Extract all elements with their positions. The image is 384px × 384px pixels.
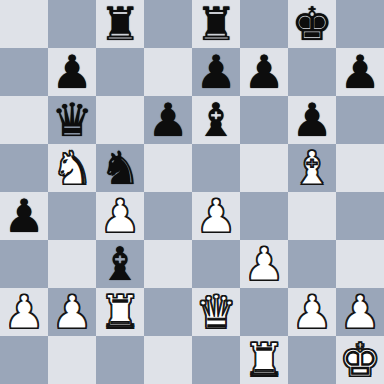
square-g6[interactable]: ♟ [288,96,336,144]
square-c1[interactable] [96,336,144,384]
square-b2[interactable]: ♟ [48,288,96,336]
square-b8[interactable] [48,0,96,48]
square-a7[interactable] [0,48,48,96]
square-c6[interactable] [96,96,144,144]
square-g2[interactable]: ♟ [288,288,336,336]
square-b6[interactable]: ♛ [48,96,96,144]
black-knight: ♞ [99,145,140,191]
square-e4[interactable]: ♟ [192,192,240,240]
square-a1[interactable] [0,336,48,384]
square-h7[interactable]: ♟ [336,48,384,96]
square-d1[interactable] [144,336,192,384]
square-c7[interactable] [96,48,144,96]
square-c5[interactable]: ♞ [96,144,144,192]
black-pawn: ♟ [243,49,284,95]
square-e8[interactable]: ♜ [192,0,240,48]
square-a3[interactable] [0,240,48,288]
square-h5[interactable] [336,144,384,192]
square-g3[interactable] [288,240,336,288]
white-bishop: ♝ [291,145,332,191]
square-h3[interactable] [336,240,384,288]
square-f5[interactable] [240,144,288,192]
black-bishop: ♝ [99,241,140,287]
square-d6[interactable]: ♟ [144,96,192,144]
square-d5[interactable] [144,144,192,192]
square-a2[interactable]: ♟ [0,288,48,336]
square-a5[interactable] [0,144,48,192]
white-king: ♚ [339,337,380,383]
square-b7[interactable]: ♟ [48,48,96,96]
white-pawn: ♟ [195,193,236,239]
square-h8[interactable] [336,0,384,48]
black-rook: ♜ [99,1,140,47]
white-pawn: ♟ [51,289,92,335]
black-rook: ♜ [195,1,236,47]
square-f8[interactable] [240,0,288,48]
white-rook: ♜ [99,289,140,335]
square-h1[interactable]: ♚ [336,336,384,384]
square-b4[interactable] [48,192,96,240]
square-d2[interactable] [144,288,192,336]
black-pawn: ♟ [51,49,92,95]
square-e2[interactable]: ♛ [192,288,240,336]
square-f3[interactable]: ♟ [240,240,288,288]
square-f6[interactable] [240,96,288,144]
square-g8[interactable]: ♚ [288,0,336,48]
square-g7[interactable] [288,48,336,96]
square-c8[interactable]: ♜ [96,0,144,48]
white-pawn: ♟ [291,289,332,335]
square-d7[interactable] [144,48,192,96]
square-e3[interactable] [192,240,240,288]
black-bishop: ♝ [195,97,236,143]
black-pawn: ♟ [339,49,380,95]
black-pawn: ♟ [195,49,236,95]
square-e5[interactable] [192,144,240,192]
black-pawn: ♟ [3,193,44,239]
black-queen: ♛ [51,97,92,143]
square-a8[interactable] [0,0,48,48]
square-e6[interactable]: ♝ [192,96,240,144]
square-b1[interactable] [48,336,96,384]
square-g4[interactable] [288,192,336,240]
chess-board: ♜♜♚♟♟♟♟♛♟♝♟♞♞♝♟♟♟♝♟♟♟♜♛♟♟♜♚ [0,0,384,384]
white-pawn: ♟ [243,241,284,287]
white-pawn: ♟ [339,289,380,335]
square-g1[interactable] [288,336,336,384]
square-f4[interactable] [240,192,288,240]
square-b5[interactable]: ♞ [48,144,96,192]
square-a6[interactable] [0,96,48,144]
square-b3[interactable] [48,240,96,288]
square-f2[interactable] [240,288,288,336]
white-queen: ♛ [195,289,236,335]
square-f7[interactable]: ♟ [240,48,288,96]
square-c4[interactable]: ♟ [96,192,144,240]
square-d3[interactable] [144,240,192,288]
square-c2[interactable]: ♜ [96,288,144,336]
square-h6[interactable] [336,96,384,144]
black-pawn: ♟ [147,97,188,143]
white-pawn: ♟ [3,289,44,335]
white-knight: ♞ [51,145,92,191]
square-a4[interactable]: ♟ [0,192,48,240]
square-g5[interactable]: ♝ [288,144,336,192]
black-king: ♚ [291,1,332,47]
square-d8[interactable] [144,0,192,48]
black-pawn: ♟ [291,97,332,143]
white-rook: ♜ [243,337,284,383]
square-e1[interactable] [192,336,240,384]
square-h2[interactable]: ♟ [336,288,384,336]
square-d4[interactable] [144,192,192,240]
square-f1[interactable]: ♜ [240,336,288,384]
white-pawn: ♟ [99,193,140,239]
square-e7[interactable]: ♟ [192,48,240,96]
square-h4[interactable] [336,192,384,240]
square-c3[interactable]: ♝ [96,240,144,288]
